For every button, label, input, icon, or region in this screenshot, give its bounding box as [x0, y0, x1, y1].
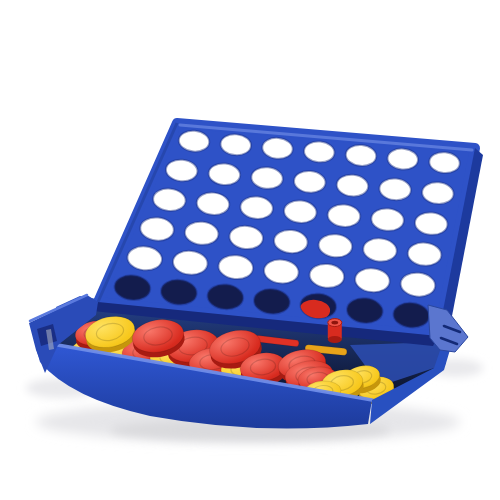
screenshot-root: [0, 0, 500, 500]
peg-base: [328, 336, 342, 343]
peg-top-hole: [331, 321, 338, 325]
red-peg: [328, 319, 342, 344]
board: [93, 123, 483, 346]
connect-four-product-photo: [0, 0, 500, 500]
